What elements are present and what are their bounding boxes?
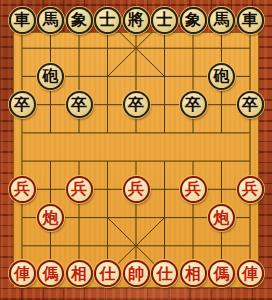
piece-black-horse[interactable]: 馬 bbox=[37, 7, 64, 34]
piece-red-elephant[interactable]: 相 bbox=[66, 260, 93, 287]
piece-black-soldier[interactable]: 卒 bbox=[9, 91, 36, 118]
piece-black-advisor[interactable]: 士 bbox=[151, 7, 178, 34]
piece-black-elephant[interactable]: 象 bbox=[180, 7, 207, 34]
piece-black-general[interactable]: 將 bbox=[123, 7, 150, 34]
piece-red-horse[interactable]: 傌 bbox=[37, 260, 64, 287]
piece-red-chariot[interactable]: 俥 bbox=[9, 260, 36, 287]
piece-black-chariot[interactable]: 車 bbox=[237, 7, 264, 34]
pieces-layer: 車馬象士將士象馬車砲砲卒卒卒卒卒兵兵兵兵兵炮炮俥傌相仕帥仕相傌俥 bbox=[0, 0, 272, 300]
piece-black-soldier[interactable]: 卒 bbox=[123, 91, 150, 118]
xiangqi-app: 車馬象士將士象馬車砲砲卒卒卒卒卒兵兵兵兵兵炮炮俥傌相仕帥仕相傌俥 bbox=[0, 0, 272, 300]
piece-black-cannon[interactable]: 砲 bbox=[208, 63, 235, 90]
piece-black-cannon[interactable]: 砲 bbox=[37, 63, 64, 90]
piece-red-advisor[interactable]: 仕 bbox=[151, 260, 178, 287]
piece-black-advisor[interactable]: 士 bbox=[94, 7, 121, 34]
piece-red-chariot[interactable]: 俥 bbox=[237, 260, 264, 287]
piece-red-horse[interactable]: 傌 bbox=[208, 260, 235, 287]
piece-black-chariot[interactable]: 車 bbox=[9, 7, 36, 34]
piece-red-elephant[interactable]: 相 bbox=[180, 260, 207, 287]
piece-black-elephant[interactable]: 象 bbox=[66, 7, 93, 34]
piece-red-cannon[interactable]: 炮 bbox=[37, 204, 64, 231]
piece-black-soldier[interactable]: 卒 bbox=[180, 91, 207, 118]
piece-red-soldier[interactable]: 兵 bbox=[123, 176, 150, 203]
piece-red-soldier[interactable]: 兵 bbox=[180, 176, 207, 203]
piece-red-soldier[interactable]: 兵 bbox=[66, 176, 93, 203]
piece-black-soldier[interactable]: 卒 bbox=[237, 91, 264, 118]
piece-red-advisor[interactable]: 仕 bbox=[94, 260, 121, 287]
piece-red-soldier[interactable]: 兵 bbox=[9, 176, 36, 203]
piece-red-cannon[interactable]: 炮 bbox=[208, 204, 235, 231]
piece-black-soldier[interactable]: 卒 bbox=[66, 91, 93, 118]
piece-red-soldier[interactable]: 兵 bbox=[237, 176, 264, 203]
piece-black-horse[interactable]: 馬 bbox=[208, 7, 235, 34]
piece-red-general[interactable]: 帥 bbox=[123, 260, 150, 287]
